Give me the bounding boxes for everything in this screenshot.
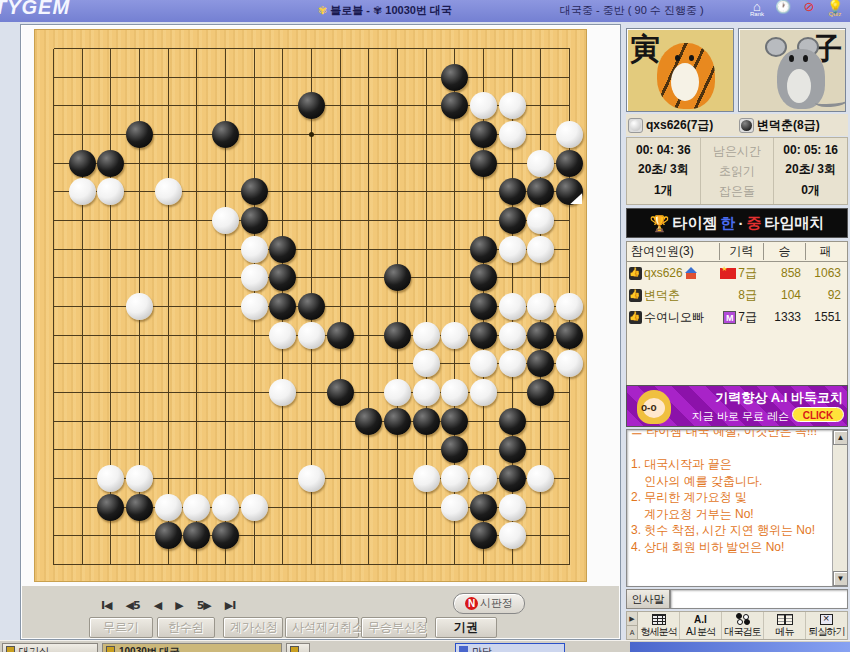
black-stone xyxy=(298,293,325,320)
white-stone xyxy=(441,379,468,406)
white-stone xyxy=(126,465,153,492)
white-player-name-box: qxs626(7급) xyxy=(626,114,737,136)
star-point xyxy=(309,132,314,137)
match-banner[interactable]: 🏆 타이젬한·중 타임매치 xyxy=(626,208,848,238)
black-stone xyxy=(527,322,554,349)
black-stone xyxy=(212,121,239,148)
ad-girl-illustration: o-o xyxy=(629,388,681,426)
white-stone xyxy=(499,121,526,148)
grid-line-v xyxy=(340,49,341,565)
white-stone xyxy=(556,350,583,377)
taskbar-tab[interactable] xyxy=(286,643,310,652)
right-panel: 寅 子 qxs626(7급) 변덕춘(8급) xyxy=(625,24,850,640)
chat-input[interactable] xyxy=(670,589,848,609)
notice-text: ㅡ 타이젬 대국 예절, 이것만은 꼭!!! 1. 대국시작과 끝은 인사의 예… xyxy=(631,429,829,555)
flower-icon: ✾ xyxy=(318,4,327,16)
white-stone xyxy=(499,522,526,549)
action-button-5[interactable]: 무승부신청 xyxy=(361,617,427,638)
white-stone xyxy=(126,293,153,320)
ai-icon: A.I xyxy=(694,613,707,625)
white-stone xyxy=(298,322,325,349)
white-stone xyxy=(470,379,497,406)
white-stone xyxy=(527,293,554,320)
nav-forward-button[interactable]: ▶ xyxy=(173,597,184,614)
window-fragment[interactable]: 만담 xyxy=(455,643,565,652)
black-stone xyxy=(556,150,583,177)
white-player-avatar: 寅 xyxy=(626,28,734,112)
white-stone xyxy=(556,121,583,148)
white-stone xyxy=(241,264,268,291)
toolbar-button-exit[interactable]: 퇴실하기 xyxy=(806,612,847,639)
toolbar-button-grid[interactable]: 형세분석 xyxy=(638,612,680,639)
participant-row[interactable]: 변덕춘8급10492 xyxy=(627,284,847,306)
black-stone xyxy=(384,264,411,291)
participant-row[interactable]: qxs6267급8581063 xyxy=(627,262,847,284)
last-move-marker xyxy=(570,193,582,204)
action-button-4[interactable]: 사석제거취소 xyxy=(285,617,359,638)
black-stone xyxy=(269,264,296,291)
white-stone xyxy=(527,236,554,263)
tygem-logo: TYGEM xyxy=(0,0,70,19)
black-byoyomi: 20초/ 3회 xyxy=(785,161,836,178)
grid-line-h xyxy=(54,564,570,565)
black-stone xyxy=(441,92,468,119)
black-stone xyxy=(499,207,526,234)
nav-back-button[interactable]: ◀ xyxy=(152,597,163,614)
white-stone-icon xyxy=(628,118,643,133)
nav-back5-button[interactable]: ◀5 xyxy=(124,597,142,614)
stop-icon[interactable]: ⊘ xyxy=(798,0,820,20)
toolbar-button-ai[interactable]: A.IA.I 분석 xyxy=(680,612,722,639)
m-badge-icon: M xyxy=(723,311,736,324)
black-timer-column: 00: 05: 16 20초/ 3회 0개 xyxy=(774,138,847,204)
black-stone xyxy=(384,322,411,349)
stones-icon xyxy=(735,613,751,625)
taskbar: 대기실10030번 대국만담 xyxy=(0,640,850,652)
action-button-6[interactable]: 기권 xyxy=(435,617,497,638)
exit-icon xyxy=(820,613,833,625)
white-stone xyxy=(413,322,440,349)
white-stone xyxy=(269,379,296,406)
white-stone xyxy=(241,236,268,263)
black-stone xyxy=(212,522,239,549)
chat-scrollbar[interactable]: ▲ ▼ xyxy=(832,430,847,586)
nav-last-button[interactable]: ▶Ⅰ xyxy=(223,597,238,614)
participant-row[interactable]: 수여니오빠M7급13331551 xyxy=(627,306,847,328)
black-stone xyxy=(470,236,497,263)
white-stone xyxy=(499,236,526,263)
white-stone xyxy=(470,350,497,377)
black-stone xyxy=(269,293,296,320)
black-player-avatar: 子 xyxy=(738,28,846,112)
white-stone xyxy=(499,293,526,320)
window-titlebar: TYGEM ✾ 블로블 - ✾ 10030번 대국 대국중 - 중반 ( 90 … xyxy=(0,0,850,22)
white-byoyomi: 20초/ 3회 xyxy=(638,161,689,178)
judge-label: 시판정 xyxy=(480,596,513,611)
taskbar-tab[interactable]: 10030번 대국 xyxy=(102,643,282,652)
black-stone xyxy=(470,494,497,521)
timer-panel: 00: 04: 36 20초/ 3회 1개 남은시간 초읽기 잡은돌 00: 0… xyxy=(626,137,848,205)
action-button-2[interactable]: 한수쉼 xyxy=(157,617,215,638)
action-button-1[interactable]: 무르기 xyxy=(89,617,153,638)
china-flag-icon xyxy=(720,268,736,279)
bottom-toolbar: ▶ A 형세분석A.IA.I 분석대국검토메뉴퇴실하기 xyxy=(626,611,848,640)
black-stone xyxy=(470,293,497,320)
scroll-down-button[interactable]: ▼ xyxy=(833,571,848,586)
white-stone xyxy=(499,350,526,377)
greeting-label-button[interactable]: 인사말 xyxy=(626,589,670,609)
tiger-zodiac-glyph: 寅 xyxy=(630,29,660,70)
white-stone xyxy=(527,150,554,177)
black-stone xyxy=(441,408,468,435)
black-stone xyxy=(126,494,153,521)
black-stone xyxy=(441,64,468,91)
game-status-text: 대국중 - 중반 ( 90 수 진행중 ) xyxy=(560,3,704,18)
timer-labels-column: 남은시간 초읽기 잡은돌 xyxy=(700,138,775,204)
white-stone xyxy=(441,494,468,521)
black-stone xyxy=(470,121,497,148)
black-player-name: 변덕춘(8급) xyxy=(757,117,820,134)
black-stone xyxy=(384,408,411,435)
white-timer-column: 00: 04: 36 20초/ 3회 1개 xyxy=(627,138,700,204)
white-stone xyxy=(413,379,440,406)
black-player-name-box: 변덕춘(8급) xyxy=(737,114,848,136)
nav-first-button[interactable]: Ⅰ◀ xyxy=(99,597,114,614)
player-names-row: qxs626(7급) 변덕춘(8급) xyxy=(626,114,848,136)
white-stone xyxy=(212,494,239,521)
quiz-icon[interactable]: 💡Quiz xyxy=(824,0,846,20)
scroll-up-button[interactable]: ▲ xyxy=(833,430,848,445)
black-stone-icon xyxy=(739,118,754,133)
nav-forward5-button[interactable]: 5▶ xyxy=(195,597,213,614)
white-stone xyxy=(212,207,239,234)
grid-line-v xyxy=(368,49,369,565)
member-badge-icon xyxy=(629,311,642,324)
clock-icon[interactable]: 🕐 xyxy=(772,0,794,20)
chat-notice-box: ㅡ 타이젬 대국 예절, 이것만은 꼭!!! 1. 대국시작과 끝은 인사의 예… xyxy=(626,429,848,587)
greeting-row: 인사말 xyxy=(626,589,848,609)
black-stone xyxy=(97,494,124,521)
book-icon xyxy=(777,613,793,625)
black-stone xyxy=(499,178,526,205)
white-stone xyxy=(97,178,124,205)
black-stone xyxy=(241,178,268,205)
black-stone xyxy=(556,178,583,205)
black-captures: 0개 xyxy=(801,182,820,199)
white-stone xyxy=(269,322,296,349)
black-stone xyxy=(69,150,96,177)
taskbar-tab[interactable]: 대기실 xyxy=(2,643,98,652)
white-stone xyxy=(527,465,554,492)
black-stone xyxy=(97,150,124,177)
black-stone xyxy=(499,408,526,435)
board-panel: Ⅰ◀◀5◀▶5▶▶Ⅰ N 시판정 무르기한수쉼계가신청사석제거취소무승부신청기권 xyxy=(20,24,621,640)
black-stone xyxy=(470,522,497,549)
white-stone xyxy=(183,494,210,521)
go-board[interactable] xyxy=(34,29,587,582)
ai-judge-button[interactable]: N 시판정 xyxy=(453,593,525,614)
grid-icon xyxy=(652,613,666,625)
white-stone xyxy=(470,92,497,119)
white-stone xyxy=(241,293,268,320)
topbar-icon-group: ⌂Rank 🕐 ⊘ 💡Quiz xyxy=(746,0,846,20)
black-stone xyxy=(556,322,583,349)
black-stone xyxy=(126,121,153,148)
white-stone xyxy=(298,465,325,492)
white-stone xyxy=(470,465,497,492)
house-icon xyxy=(685,267,698,279)
white-stone xyxy=(97,465,124,492)
move-navigation: Ⅰ◀◀5◀▶5▶▶Ⅰ xyxy=(99,597,237,614)
black-time: 00: 05: 16 xyxy=(783,143,838,157)
black-stone xyxy=(355,408,382,435)
white-stone xyxy=(69,178,96,205)
toolbar-expand-button[interactable]: ▶ xyxy=(627,612,637,626)
toolbar-side-buttons: ▶ A xyxy=(627,612,638,639)
white-stone xyxy=(413,350,440,377)
black-stone xyxy=(470,322,497,349)
black-stone xyxy=(527,350,554,377)
black-stone xyxy=(499,436,526,463)
black-stone xyxy=(527,379,554,406)
game-action-buttons: 무르기한수쉼계가신청사석제거취소무승부신청기권 xyxy=(89,617,497,638)
grid-line-v xyxy=(397,49,398,565)
toolbar-a-button[interactable]: A xyxy=(627,626,637,640)
member-badge-icon xyxy=(629,289,642,302)
black-stone xyxy=(441,436,468,463)
grid-line-h xyxy=(54,449,570,450)
black-stone xyxy=(499,465,526,492)
toolbar-button-stones[interactable]: 대국검토 xyxy=(722,612,764,639)
window-title: ✾ 블로블 - ✾ 10030번 대국 xyxy=(318,3,452,18)
participants-table: 참여인원(3) 기력 승 패 qxs6267급8581063변덕춘8급10492… xyxy=(626,241,848,407)
black-stone xyxy=(327,379,354,406)
action-button-3[interactable]: 계가신청 xyxy=(223,617,283,638)
white-stone xyxy=(155,178,182,205)
white-stone xyxy=(499,494,526,521)
black-stone xyxy=(413,408,440,435)
tab-icon xyxy=(290,646,299,652)
white-stone xyxy=(155,494,182,521)
window-titlebar-fragment xyxy=(630,642,850,652)
white-stone xyxy=(384,379,411,406)
ad-click-button[interactable]: CLICK xyxy=(792,407,844,422)
white-player-name: qxs626(7급) xyxy=(646,117,713,134)
white-stone xyxy=(527,207,554,234)
trophy-icon: 🏆 xyxy=(650,214,670,233)
white-stone xyxy=(556,293,583,320)
n-badge-icon: N xyxy=(465,597,478,610)
member-badge-icon xyxy=(629,267,642,280)
black-stone xyxy=(470,264,497,291)
tab-icon xyxy=(6,646,15,652)
grid-line-h xyxy=(54,421,570,422)
black-stone xyxy=(269,236,296,263)
white-stone xyxy=(413,465,440,492)
white-time: 00: 04: 36 xyxy=(636,143,691,157)
black-stone xyxy=(241,207,268,234)
white-captures: 1개 xyxy=(654,182,673,199)
black-stone xyxy=(327,322,354,349)
black-stone xyxy=(298,92,325,119)
black-stone xyxy=(183,522,210,549)
white-stone xyxy=(499,92,526,119)
tygem-go-client: TYGEM ✾ 블로블 - ✾ 10030번 대국 대국중 - 중반 ( 90 … xyxy=(0,0,850,652)
white-stone xyxy=(441,465,468,492)
participants-header: 참여인원(3) 기력 승 패 xyxy=(627,242,847,262)
ai-coach-ad-banner[interactable]: o-o 기력향상 A.I 바둑코치 지금 바로 무료 레슨 CLICK xyxy=(626,385,848,427)
white-stone xyxy=(441,322,468,349)
tab-icon xyxy=(106,646,115,652)
white-stone xyxy=(499,322,526,349)
black-stone xyxy=(155,522,182,549)
white-stone xyxy=(241,494,268,521)
toolbar-button-book[interactable]: 메뉴 xyxy=(764,612,806,639)
black-stone xyxy=(470,150,497,177)
rank-icon[interactable]: ⌂Rank xyxy=(746,0,768,20)
black-stone xyxy=(527,178,554,205)
